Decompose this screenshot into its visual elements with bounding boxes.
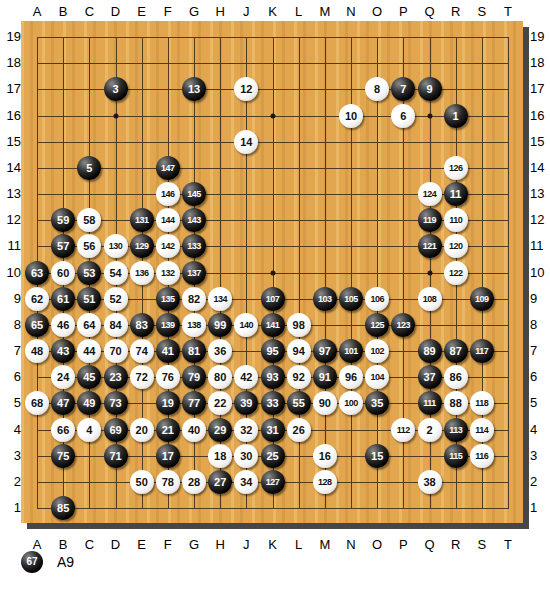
- move-number: 94: [287, 339, 311, 363]
- move-number: 146: [156, 182, 180, 206]
- stone-black: 139: [156, 313, 180, 337]
- go-diagram: AABBCCDDEEFFGGHHJJKKLLMMNNOOPPQQRRSSTT19…: [0, 0, 550, 590]
- move-number: 102: [365, 339, 389, 363]
- coord-label-bottom: N: [346, 538, 355, 552]
- stone-white: 92: [287, 365, 311, 389]
- move-number: 9: [418, 77, 442, 101]
- stone-black: 123: [391, 313, 415, 337]
- coord-label-bottom: E: [137, 538, 146, 552]
- coord-label-left: 2: [0, 475, 21, 489]
- stone-white: 82: [182, 287, 206, 311]
- move-number: 105: [339, 287, 363, 311]
- stone-white: 122: [444, 261, 468, 285]
- stone-black: 35: [365, 391, 389, 415]
- coord-label-bottom: P: [399, 538, 408, 552]
- move-number: 60: [51, 261, 75, 285]
- move-number: 107: [261, 287, 285, 311]
- move-number: 113: [444, 418, 468, 442]
- coord-label-bottom: O: [372, 538, 382, 552]
- stone-black: 17: [156, 444, 180, 468]
- move-number: 50: [130, 470, 154, 494]
- move-number: 76: [156, 365, 180, 389]
- stone-white: 98: [287, 313, 311, 337]
- move-number: 14: [234, 130, 258, 154]
- coord-label-left: 18: [0, 56, 21, 70]
- move-number: 106: [365, 287, 389, 311]
- coord-label-top: T: [504, 5, 512, 19]
- move-number: 33: [261, 391, 285, 415]
- stone-white: 42: [234, 365, 258, 389]
- stone-black: 95: [261, 339, 285, 363]
- stone-black: 15: [365, 444, 389, 468]
- move-number: 110: [444, 208, 468, 232]
- stone-white: 134: [208, 287, 232, 311]
- coord-label-top: M: [319, 5, 330, 19]
- move-number: 55: [287, 391, 311, 415]
- hoshi-point: [270, 270, 275, 275]
- stone-white: 138: [182, 313, 206, 337]
- move-number: 121: [418, 234, 442, 258]
- coord-label-left: 8: [0, 318, 21, 332]
- stone-black: 33: [261, 391, 285, 415]
- move-number: 145: [182, 182, 206, 206]
- move-number: 69: [104, 418, 128, 442]
- move-number: 73: [104, 391, 128, 415]
- coord-label-right: 12: [530, 213, 550, 227]
- move-number: 49: [77, 391, 101, 415]
- coord-label-left: 15: [0, 135, 21, 149]
- move-number: 22: [208, 391, 232, 415]
- stone-black: 57: [51, 234, 75, 258]
- stone-white: 32: [234, 418, 258, 442]
- coord-label-top: J: [243, 5, 250, 19]
- move-number: 89: [418, 339, 442, 363]
- caption-stone-black: 67: [21, 551, 43, 573]
- stone-white: 114: [470, 418, 494, 442]
- stone-black: 85: [51, 496, 75, 520]
- move-number: 75: [51, 444, 75, 468]
- coord-label-top: E: [137, 5, 146, 19]
- coord-label-bottom: A: [33, 538, 42, 552]
- coord-label-top: O: [372, 5, 382, 19]
- stone-black: 99: [208, 313, 232, 337]
- stone-white: 120: [444, 234, 468, 258]
- move-number: 77: [182, 391, 206, 415]
- stone-white: 142: [156, 234, 180, 258]
- coord-label-right: 10: [530, 266, 550, 280]
- move-number: 13: [182, 77, 206, 101]
- coord-label-bottom: D: [111, 538, 120, 552]
- move-number: 34: [234, 470, 258, 494]
- move-number: 100: [339, 391, 363, 415]
- coord-label-right: 14: [530, 161, 550, 175]
- stone-white: 78: [156, 470, 180, 494]
- coord-label-right: 15: [530, 135, 550, 149]
- coord-label-left: 10: [0, 266, 21, 280]
- stone-black: 145: [182, 182, 206, 206]
- coord-label-left: 6: [0, 370, 21, 384]
- coord-label-top: B: [59, 5, 68, 19]
- stone-white: 34: [234, 470, 258, 494]
- move-number: 16: [313, 444, 337, 468]
- coord-label-right: 19: [530, 30, 550, 44]
- stone-black: 37: [418, 365, 442, 389]
- coord-label-left: 5: [0, 396, 21, 410]
- stone-black: 25: [261, 444, 285, 468]
- move-number: 131: [130, 208, 154, 232]
- move-number: 81: [182, 339, 206, 363]
- move-number: 1: [444, 104, 468, 128]
- caption-move-number: 67: [21, 551, 43, 573]
- move-number: 56: [77, 234, 101, 258]
- stone-white: 102: [365, 339, 389, 363]
- stone-white: 126: [444, 156, 468, 180]
- move-number: 61: [51, 287, 75, 311]
- coord-label-bottom: C: [85, 538, 94, 552]
- move-number: 10: [339, 104, 363, 128]
- move-number: 96: [339, 365, 363, 389]
- stone-black: 79: [182, 365, 206, 389]
- stone-white: 8: [365, 77, 389, 101]
- move-number: 28: [182, 470, 206, 494]
- move-number: 138: [182, 313, 206, 337]
- move-number: 97: [313, 339, 337, 363]
- move-number: 64: [77, 313, 101, 337]
- move-number: 90: [313, 391, 337, 415]
- move-number: 116: [470, 444, 494, 468]
- coord-label-right: 11: [530, 239, 550, 253]
- move-number: 31: [261, 418, 285, 442]
- stone-white: 40: [182, 418, 206, 442]
- coord-label-left: 9: [0, 292, 21, 306]
- coord-label-right: 9: [530, 292, 550, 306]
- move-number: 29: [208, 418, 232, 442]
- coord-label-left: 14: [0, 161, 21, 175]
- stone-black: 127: [261, 470, 285, 494]
- move-number: 58: [77, 208, 101, 232]
- stone-black: 55: [287, 391, 311, 415]
- move-number: 39: [234, 391, 258, 415]
- stone-black: 9: [418, 77, 442, 101]
- move-number: 139: [156, 313, 180, 337]
- coord-label-bottom: M: [319, 538, 330, 552]
- move-number: 78: [156, 470, 180, 494]
- stone-white: 10: [339, 104, 363, 128]
- grid-vline: [508, 37, 509, 509]
- stone-black: 5: [77, 156, 101, 180]
- move-number: 21: [156, 418, 180, 442]
- stone-white: 56: [77, 234, 101, 258]
- stone-white: 80: [208, 365, 232, 389]
- coord-label-bottom: F: [164, 538, 172, 552]
- coord-label-left: 16: [0, 109, 21, 123]
- move-number: 142: [156, 234, 180, 258]
- stone-white: 18: [208, 444, 232, 468]
- coord-label-left: 17: [0, 82, 21, 96]
- move-number: 83: [130, 313, 154, 337]
- stone-white: 74: [130, 339, 154, 363]
- stone-black: 45: [77, 365, 101, 389]
- stone-black: 113: [444, 418, 468, 442]
- move-number: 23: [104, 365, 128, 389]
- coord-label-top: R: [451, 5, 460, 19]
- stone-black: 65: [25, 313, 49, 337]
- stone-black: 31: [261, 418, 285, 442]
- stone-black: 71: [104, 444, 128, 468]
- stone-black: 129: [130, 234, 154, 258]
- stone-white: 38: [418, 470, 442, 494]
- stone-black: 141: [261, 313, 285, 337]
- move-number: 26: [287, 418, 311, 442]
- caption-location: A9: [57, 551, 74, 573]
- stone-black: 97: [313, 339, 337, 363]
- move-number: 137: [182, 261, 206, 285]
- move-number: 32: [234, 418, 258, 442]
- stone-black: 133: [182, 234, 206, 258]
- stone-white: 86: [444, 365, 468, 389]
- move-number: 132: [156, 261, 180, 285]
- coord-label-right: 7: [530, 344, 550, 358]
- stone-white: 146: [156, 182, 180, 206]
- coord-label-right: 4: [530, 423, 550, 437]
- move-number: 71: [104, 444, 128, 468]
- stone-black: 109: [470, 287, 494, 311]
- stone-white: 4: [77, 418, 101, 442]
- stone-white: 28: [182, 470, 206, 494]
- stone-black: 21: [156, 418, 180, 442]
- coord-label-bottom: L: [295, 538, 302, 552]
- stone-black: 105: [339, 287, 363, 311]
- stone-white: 88: [444, 391, 468, 415]
- move-number: 37: [418, 365, 442, 389]
- move-number: 25: [261, 444, 285, 468]
- move-number: 82: [182, 287, 206, 311]
- move-number: 11: [444, 182, 468, 206]
- coord-label-right: 6: [530, 370, 550, 384]
- stone-white: 54: [104, 261, 128, 285]
- stone-black: 75: [51, 444, 75, 468]
- stone-black: 115: [444, 444, 468, 468]
- coord-label-left: 19: [0, 30, 21, 44]
- move-number: 129: [130, 234, 154, 258]
- stone-white: 58: [77, 208, 101, 232]
- stone-black: 41: [156, 339, 180, 363]
- coord-label-left: 4: [0, 423, 21, 437]
- move-number: 4: [77, 418, 101, 442]
- move-number: 135: [156, 287, 180, 311]
- stone-white: 26: [287, 418, 311, 442]
- stone-black: 137: [182, 261, 206, 285]
- stone-white: 2: [418, 418, 442, 442]
- move-number: 57: [51, 234, 75, 258]
- stone-white: 112: [391, 418, 415, 442]
- stone-white: 118: [470, 391, 494, 415]
- stone-white: 60: [51, 261, 75, 285]
- move-number: 40: [182, 418, 206, 442]
- move-number: 88: [444, 391, 468, 415]
- move-number: 86: [444, 365, 468, 389]
- stone-white: 100: [339, 391, 363, 415]
- stone-white: 62: [25, 287, 49, 311]
- stone-black: 7: [391, 77, 415, 101]
- stone-white: 24: [51, 365, 75, 389]
- coord-label-right: 16: [530, 109, 550, 123]
- hoshi-point: [427, 270, 432, 275]
- move-number: 38: [418, 470, 442, 494]
- coord-label-left: 11: [0, 239, 21, 253]
- move-number: 3: [104, 77, 128, 101]
- stone-white: 76: [156, 365, 180, 389]
- move-number: 45: [77, 365, 101, 389]
- stone-white: 94: [287, 339, 311, 363]
- move-number: 42: [234, 365, 258, 389]
- stone-white: 90: [313, 391, 337, 415]
- move-number: 144: [156, 208, 180, 232]
- move-number: 19: [156, 391, 180, 415]
- move-number: 143: [182, 208, 206, 232]
- stone-white: 136: [130, 261, 154, 285]
- stone-black: 49: [77, 391, 101, 415]
- hoshi-point: [427, 113, 432, 118]
- stone-white: 52: [104, 287, 128, 311]
- move-number: 63: [25, 261, 49, 285]
- move-number: 20: [130, 418, 154, 442]
- stone-white: 36: [208, 339, 232, 363]
- hoshi-point: [270, 113, 275, 118]
- move-number: 18: [208, 444, 232, 468]
- move-number: 24: [51, 365, 75, 389]
- stone-black: 89: [418, 339, 442, 363]
- move-number: 124: [418, 182, 442, 206]
- move-number: 114: [470, 418, 494, 442]
- move-number: 108: [418, 287, 442, 311]
- coord-label-top: K: [268, 5, 277, 19]
- move-number: 59: [51, 208, 75, 232]
- stone-white: 108: [418, 287, 442, 311]
- stone-black: 107: [261, 287, 285, 311]
- move-number: 54: [104, 261, 128, 285]
- coord-label-right: 1: [530, 501, 550, 515]
- stone-black: 27: [208, 470, 232, 494]
- move-number: 122: [444, 261, 468, 285]
- stone-white: 116: [470, 444, 494, 468]
- stone-black: 73: [104, 391, 128, 415]
- stone-white: 128: [313, 470, 337, 494]
- stone-white: 66: [51, 418, 75, 442]
- move-number: 126: [444, 156, 468, 180]
- stone-black: 69: [104, 418, 128, 442]
- move-number: 123: [391, 313, 415, 337]
- stone-black: 1: [444, 104, 468, 128]
- move-number: 74: [130, 339, 154, 363]
- move-number: 85: [51, 496, 75, 520]
- move-number: 95: [261, 339, 285, 363]
- move-number: 46: [51, 313, 75, 337]
- stone-black: 101: [339, 339, 363, 363]
- stone-white: 48: [25, 339, 49, 363]
- coord-label-bottom: B: [59, 538, 68, 552]
- stone-white: 132: [156, 261, 180, 285]
- stone-white: 140: [234, 313, 258, 337]
- move-number: 99: [208, 313, 232, 337]
- move-number: 134: [208, 287, 232, 311]
- stone-white: 130: [104, 234, 128, 258]
- stone-white: 68: [25, 391, 49, 415]
- stone-white: 110: [444, 208, 468, 232]
- stone-black: 43: [51, 339, 75, 363]
- stone-black: 59: [51, 208, 75, 232]
- stone-black: 131: [130, 208, 154, 232]
- hoshi-point: [113, 113, 118, 118]
- coord-label-top: P: [399, 5, 408, 19]
- coord-label-right: 8: [530, 318, 550, 332]
- move-number: 141: [261, 313, 285, 337]
- stone-white: 124: [418, 182, 442, 206]
- move-number: 104: [365, 365, 389, 389]
- stone-white: 84: [104, 313, 128, 337]
- stone-white: 12: [234, 77, 258, 101]
- stone-white: 46: [51, 313, 75, 337]
- move-number: 70: [104, 339, 128, 363]
- stone-white: 16: [313, 444, 337, 468]
- grid-vline: [325, 37, 326, 509]
- stone-white: 50: [130, 470, 154, 494]
- move-number: 79: [182, 365, 206, 389]
- move-number: 118: [470, 391, 494, 415]
- stone-white: 14: [234, 130, 258, 154]
- stone-black: 81: [182, 339, 206, 363]
- coord-label-right: 18: [530, 56, 550, 70]
- move-number: 91: [313, 365, 337, 389]
- stone-black: 143: [182, 208, 206, 232]
- stone-black: 83: [130, 313, 154, 337]
- coord-label-left: 1: [0, 501, 21, 515]
- move-number: 109: [470, 287, 494, 311]
- move-number: 72: [130, 365, 154, 389]
- stone-black: 3: [104, 77, 128, 101]
- coord-label-right: 3: [530, 449, 550, 463]
- stone-black: 91: [313, 365, 337, 389]
- move-number: 8: [365, 77, 389, 101]
- coord-label-top: H: [215, 5, 224, 19]
- coord-label-bottom: S: [477, 538, 486, 552]
- coord-label-top: Q: [424, 5, 434, 19]
- stone-black: 93: [261, 365, 285, 389]
- move-number: 101: [339, 339, 363, 363]
- move-number: 65: [25, 313, 49, 337]
- move-number: 136: [130, 261, 154, 285]
- stone-white: 96: [339, 365, 363, 389]
- stone-white: 22: [208, 391, 232, 415]
- coord-label-top: S: [477, 5, 486, 19]
- coord-label-bottom: Q: [424, 538, 434, 552]
- move-number: 44: [77, 339, 101, 363]
- move-number: 35: [365, 391, 389, 415]
- stone-white: 70: [104, 339, 128, 363]
- coord-label-left: 7: [0, 344, 21, 358]
- stone-black: 13: [182, 77, 206, 101]
- coord-label-bottom: T: [504, 538, 512, 552]
- coord-label-right: 17: [530, 82, 550, 96]
- move-number: 127: [261, 470, 285, 494]
- move-number: 84: [104, 313, 128, 337]
- stone-black: 87: [444, 339, 468, 363]
- coord-label-right: 5: [530, 396, 550, 410]
- move-number: 52: [104, 287, 128, 311]
- move-number: 66: [51, 418, 75, 442]
- stone-black: 19: [156, 391, 180, 415]
- move-number: 115: [444, 444, 468, 468]
